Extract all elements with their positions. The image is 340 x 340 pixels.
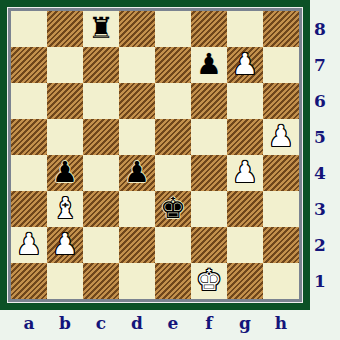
square-d3[interactable] xyxy=(119,191,155,227)
rank-label-6: 6 xyxy=(306,83,334,119)
square-g6[interactable] xyxy=(227,83,263,119)
rank-label-5: 5 xyxy=(306,119,334,155)
file-label-g: g xyxy=(227,308,263,338)
square-f6[interactable] xyxy=(191,83,227,119)
square-e1[interactable] xyxy=(155,263,191,299)
square-g2[interactable] xyxy=(227,227,263,263)
square-f5[interactable] xyxy=(191,119,227,155)
square-a6[interactable] xyxy=(11,83,47,119)
square-g4[interactable]: ♟ xyxy=(227,155,263,191)
square-c8[interactable]: ♜ xyxy=(83,11,119,47)
square-a7[interactable] xyxy=(11,47,47,83)
square-c5[interactable] xyxy=(83,119,119,155)
square-g8[interactable] xyxy=(227,11,263,47)
square-b5[interactable] xyxy=(47,119,83,155)
square-b2[interactable]: ♟ xyxy=(47,227,83,263)
white-king[interactable]: ♚ xyxy=(191,263,227,299)
file-label-b: b xyxy=(47,308,83,338)
square-d7[interactable] xyxy=(119,47,155,83)
square-h7[interactable] xyxy=(263,47,299,83)
square-h2[interactable] xyxy=(263,227,299,263)
square-f2[interactable] xyxy=(191,227,227,263)
square-g1[interactable] xyxy=(227,263,263,299)
square-e5[interactable] xyxy=(155,119,191,155)
board-inner-border: ♜♟♟♟♟♟♟♝♚♟♟♚ xyxy=(8,8,302,302)
square-d5[interactable] xyxy=(119,119,155,155)
square-e8[interactable] xyxy=(155,11,191,47)
square-h3[interactable] xyxy=(263,191,299,227)
rank-label-1: 1 xyxy=(306,263,334,299)
square-f4[interactable] xyxy=(191,155,227,191)
square-c6[interactable] xyxy=(83,83,119,119)
square-a1[interactable] xyxy=(11,263,47,299)
square-e2[interactable] xyxy=(155,227,191,263)
square-b8[interactable] xyxy=(47,11,83,47)
file-label-h: h xyxy=(263,308,299,338)
square-g3[interactable] xyxy=(227,191,263,227)
rank-label-2: 2 xyxy=(306,227,334,263)
board-frame: ♜♟♟♟♟♟♟♝♚♟♟♚ xyxy=(0,0,310,310)
square-d2[interactable] xyxy=(119,227,155,263)
square-d6[interactable] xyxy=(119,83,155,119)
square-c1[interactable] xyxy=(83,263,119,299)
square-a2[interactable]: ♟ xyxy=(11,227,47,263)
square-c2[interactable] xyxy=(83,227,119,263)
file-label-d: d xyxy=(119,308,155,338)
file-label-a: a xyxy=(11,308,47,338)
square-a3[interactable] xyxy=(11,191,47,227)
black-pawn[interactable]: ♟ xyxy=(119,155,155,191)
rank-label-3: 3 xyxy=(306,191,334,227)
square-e6[interactable] xyxy=(155,83,191,119)
white-pawn[interactable]: ♟ xyxy=(47,227,83,263)
square-h6[interactable] xyxy=(263,83,299,119)
black-rook[interactable]: ♜ xyxy=(83,11,119,47)
square-f7[interactable]: ♟ xyxy=(191,47,227,83)
square-g5[interactable] xyxy=(227,119,263,155)
square-b3[interactable]: ♝ xyxy=(47,191,83,227)
square-h4[interactable] xyxy=(263,155,299,191)
file-labels: abcdefgh xyxy=(11,308,299,338)
white-pawn[interactable]: ♟ xyxy=(227,47,263,83)
square-f3[interactable] xyxy=(191,191,227,227)
black-pawn[interactable]: ♟ xyxy=(191,47,227,83)
white-pawn[interactable]: ♟ xyxy=(227,155,263,191)
square-b4[interactable]: ♟ xyxy=(47,155,83,191)
square-c3[interactable] xyxy=(83,191,119,227)
white-bishop[interactable]: ♝ xyxy=(47,191,83,227)
square-h1[interactable] xyxy=(263,263,299,299)
square-b1[interactable] xyxy=(47,263,83,299)
square-a8[interactable] xyxy=(11,11,47,47)
chess-board[interactable]: ♜♟♟♟♟♟♟♝♚♟♟♚ xyxy=(11,11,299,299)
square-a5[interactable] xyxy=(11,119,47,155)
square-d1[interactable] xyxy=(119,263,155,299)
square-g7[interactable]: ♟ xyxy=(227,47,263,83)
square-h5[interactable]: ♟ xyxy=(263,119,299,155)
file-label-c: c xyxy=(83,308,119,338)
square-b7[interactable] xyxy=(47,47,83,83)
square-e7[interactable] xyxy=(155,47,191,83)
file-label-f: f xyxy=(191,308,227,338)
square-d8[interactable] xyxy=(119,11,155,47)
white-pawn[interactable]: ♟ xyxy=(11,227,47,263)
rank-labels: 87654321 xyxy=(306,11,334,299)
rank-label-4: 4 xyxy=(306,155,334,191)
square-b6[interactable] xyxy=(47,83,83,119)
square-c7[interactable] xyxy=(83,47,119,83)
black-king[interactable]: ♚ xyxy=(155,191,191,227)
square-d4[interactable]: ♟ xyxy=(119,155,155,191)
square-f1[interactable]: ♚ xyxy=(191,263,227,299)
rank-label-7: 7 xyxy=(306,47,334,83)
square-h8[interactable] xyxy=(263,11,299,47)
square-f8[interactable] xyxy=(191,11,227,47)
white-pawn[interactable]: ♟ xyxy=(263,119,299,155)
square-a4[interactable] xyxy=(11,155,47,191)
square-c4[interactable] xyxy=(83,155,119,191)
square-e3[interactable]: ♚ xyxy=(155,191,191,227)
rank-label-8: 8 xyxy=(306,11,334,47)
file-label-e: e xyxy=(155,308,191,338)
square-e4[interactable] xyxy=(155,155,191,191)
black-pawn[interactable]: ♟ xyxy=(47,155,83,191)
